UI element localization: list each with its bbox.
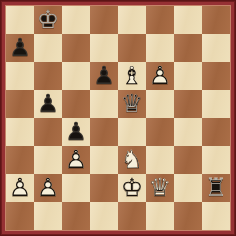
- piece-black-rook: ♜♖: [202, 174, 230, 202]
- square-d8[interactable]: [90, 6, 118, 34]
- piece-glyph-detail: ♙: [34, 173, 62, 201]
- square-d1[interactable]: [90, 202, 118, 230]
- square-c1[interactable]: [62, 202, 90, 230]
- piece-glyph-detail: ♙: [62, 145, 90, 173]
- square-h2[interactable]: ♜♖: [202, 174, 230, 202]
- square-e6[interactable]: ♝♗: [118, 62, 146, 90]
- square-b6[interactable]: [34, 62, 62, 90]
- square-d6[interactable]: ♟♙: [90, 62, 118, 90]
- piece-black-pawn: ♟♙: [34, 90, 62, 118]
- square-b2[interactable]: ♟♙: [34, 174, 62, 202]
- square-e3[interactable]: ♞♘: [118, 146, 146, 174]
- piece-glyph-detail: ♖: [202, 173, 230, 201]
- piece-black-pawn: ♟♙: [90, 62, 118, 90]
- square-d3[interactable]: [90, 146, 118, 174]
- square-e8[interactable]: [118, 6, 146, 34]
- square-f5[interactable]: [146, 90, 174, 118]
- square-h8[interactable]: [202, 6, 230, 34]
- square-a8[interactable]: [6, 6, 34, 34]
- square-f1[interactable]: [146, 202, 174, 230]
- square-g7[interactable]: [174, 34, 202, 62]
- square-c8[interactable]: [62, 6, 90, 34]
- square-e2[interactable]: ♚♔: [118, 174, 146, 202]
- square-g3[interactable]: [174, 146, 202, 174]
- piece-glyph-detail: ♙: [62, 117, 90, 145]
- piece-white-pawn: ♟♙: [34, 174, 62, 202]
- square-b4[interactable]: [34, 118, 62, 146]
- square-g6[interactable]: [174, 62, 202, 90]
- square-e7[interactable]: [118, 34, 146, 62]
- piece-black-pawn: ♟♙: [6, 34, 34, 62]
- square-a5[interactable]: [6, 90, 34, 118]
- square-e1[interactable]: [118, 202, 146, 230]
- piece-white-pawn: ♟♙: [62, 146, 90, 174]
- square-f8[interactable]: [146, 6, 174, 34]
- square-a2[interactable]: ♟♙: [6, 174, 34, 202]
- square-d5[interactable]: [90, 90, 118, 118]
- square-g1[interactable]: [174, 202, 202, 230]
- piece-glyph-detail: ♔: [34, 5, 62, 33]
- piece-white-pawn: ♟♙: [146, 62, 174, 90]
- square-d4[interactable]: [90, 118, 118, 146]
- square-f3[interactable]: [146, 146, 174, 174]
- square-b1[interactable]: [34, 202, 62, 230]
- piece-white-queen: ♛♕: [146, 174, 174, 202]
- square-f6[interactable]: ♟♙: [146, 62, 174, 90]
- board-frame: ♚♔♟♙♟♙♝♗♟♙♟♙♛♕♟♙♟♙♞♘♟♙♟♙♚♔♛♕♜♖: [0, 0, 236, 236]
- piece-black-king: ♚♔: [34, 6, 62, 34]
- square-g5[interactable]: [174, 90, 202, 118]
- piece-glyph-detail: ♗: [118, 61, 146, 89]
- chess-board: ♚♔♟♙♟♙♝♗♟♙♟♙♛♕♟♙♟♙♞♘♟♙♟♙♚♔♛♕♜♖: [6, 6, 230, 230]
- square-a3[interactable]: [6, 146, 34, 174]
- piece-glyph-detail: ♕: [118, 89, 146, 117]
- piece-glyph-detail: ♕: [146, 173, 174, 201]
- square-d7[interactable]: [90, 34, 118, 62]
- square-g4[interactable]: [174, 118, 202, 146]
- square-f4[interactable]: [146, 118, 174, 146]
- square-e5[interactable]: ♛♕: [118, 90, 146, 118]
- square-h3[interactable]: [202, 146, 230, 174]
- piece-glyph-detail: ♘: [118, 145, 146, 173]
- square-b3[interactable]: [34, 146, 62, 174]
- square-a4[interactable]: [6, 118, 34, 146]
- square-b8[interactable]: ♚♔: [34, 6, 62, 34]
- square-f2[interactable]: ♛♕: [146, 174, 174, 202]
- square-a6[interactable]: [6, 62, 34, 90]
- square-h1[interactable]: [202, 202, 230, 230]
- square-c6[interactable]: [62, 62, 90, 90]
- square-g2[interactable]: [174, 174, 202, 202]
- square-f7[interactable]: [146, 34, 174, 62]
- square-d2[interactable]: [90, 174, 118, 202]
- square-e4[interactable]: [118, 118, 146, 146]
- piece-white-bishop: ♝♗: [118, 62, 146, 90]
- piece-white-king: ♚♔: [118, 174, 146, 202]
- square-b7[interactable]: [34, 34, 62, 62]
- square-c4[interactable]: ♟♙: [62, 118, 90, 146]
- square-c2[interactable]: [62, 174, 90, 202]
- piece-glyph-detail: ♙: [6, 33, 34, 61]
- piece-glyph-detail: ♔: [118, 173, 146, 201]
- square-a7[interactable]: ♟♙: [6, 34, 34, 62]
- piece-white-pawn: ♟♙: [6, 174, 34, 202]
- square-c7[interactable]: [62, 34, 90, 62]
- square-h5[interactable]: [202, 90, 230, 118]
- square-c5[interactable]: [62, 90, 90, 118]
- square-b5[interactable]: ♟♙: [34, 90, 62, 118]
- piece-glyph-detail: ♙: [146, 61, 174, 89]
- piece-glyph-detail: ♙: [6, 173, 34, 201]
- piece-black-pawn: ♟♙: [62, 118, 90, 146]
- square-c3[interactable]: ♟♙: [62, 146, 90, 174]
- square-h6[interactable]: [202, 62, 230, 90]
- piece-black-queen: ♛♕: [118, 90, 146, 118]
- square-a1[interactable]: [6, 202, 34, 230]
- piece-glyph-detail: ♙: [90, 61, 118, 89]
- piece-white-knight: ♞♘: [118, 146, 146, 174]
- square-h4[interactable]: [202, 118, 230, 146]
- piece-glyph-detail: ♙: [34, 89, 62, 117]
- square-g8[interactable]: [174, 6, 202, 34]
- square-h7[interactable]: [202, 34, 230, 62]
